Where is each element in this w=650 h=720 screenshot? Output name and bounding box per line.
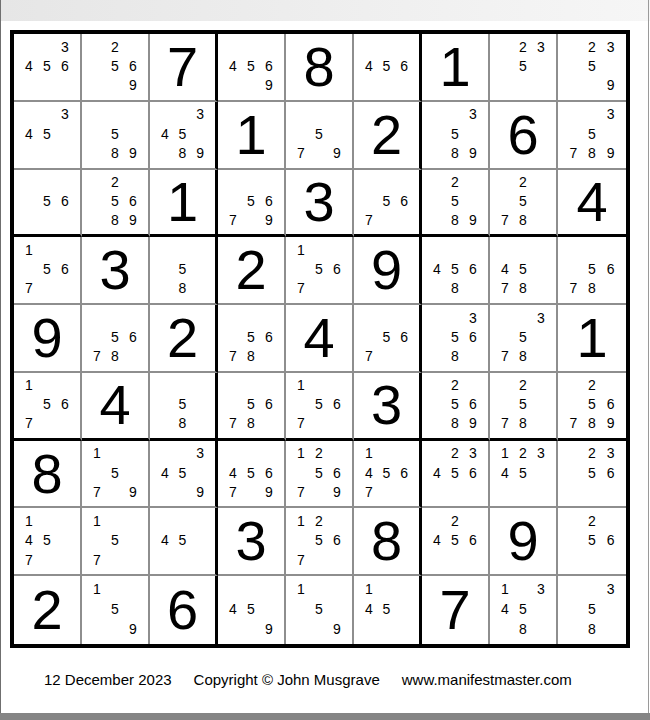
candidate-4 xyxy=(496,395,514,414)
candidate-2 xyxy=(106,444,124,463)
window-title-bar xyxy=(0,0,650,21)
candidate-7 xyxy=(564,482,583,501)
candidate-7: 7 xyxy=(20,550,38,569)
cell-r4c1[interactable]: 1567 xyxy=(14,237,82,305)
candidate-2: 2 xyxy=(514,173,532,192)
candidate-2 xyxy=(514,240,532,259)
candidate-9 xyxy=(464,550,482,569)
candidate-5: 5 xyxy=(38,395,56,414)
cell-r2c9[interactable]: 35789 xyxy=(558,102,626,170)
candidate-3 xyxy=(260,376,278,395)
cell-r4c7[interactable]: 4568 xyxy=(422,237,490,305)
candidate-8: 8 xyxy=(583,279,602,298)
candidate-7 xyxy=(156,550,174,569)
candidate-1 xyxy=(360,173,378,192)
cell-r3c8[interactable]: 2578 xyxy=(490,170,558,238)
cell-r4c2[interactable]: 3 xyxy=(82,237,150,305)
candidate-6: 6 xyxy=(328,531,346,550)
cell-r9c1[interactable]: 2 xyxy=(14,576,82,644)
candidate-4 xyxy=(496,56,514,75)
candidate-8 xyxy=(38,279,56,298)
candidate-6 xyxy=(260,599,278,619)
candidate-9 xyxy=(191,414,209,433)
cell-r6c2[interactable]: 4 xyxy=(82,373,150,441)
candidate-9 xyxy=(56,550,74,569)
candidate-7: 7 xyxy=(20,414,38,433)
candidate-8 xyxy=(106,76,124,95)
cell-r7c6[interactable]: 14567 xyxy=(354,441,422,509)
cell-r4c8[interactable]: 4578 xyxy=(490,237,558,305)
cell-r1c5[interactable]: 8 xyxy=(286,34,354,102)
candidate-grid: 145 xyxy=(354,576,419,644)
candidate-6 xyxy=(532,191,550,210)
candidate-grid: 345 xyxy=(14,102,80,168)
cell-r6c1[interactable]: 1567 xyxy=(14,373,82,441)
candidate-7 xyxy=(20,143,38,162)
cell-r9c3[interactable]: 6 xyxy=(150,576,218,644)
candidate-3: 3 xyxy=(464,105,482,124)
candidate-7: 7 xyxy=(292,143,310,162)
candidate-7 xyxy=(564,619,583,639)
candidate-5: 5 xyxy=(583,260,602,279)
candidate-2 xyxy=(106,579,124,599)
candidate-6 xyxy=(191,260,209,279)
cell-r5c2[interactable]: 5678 xyxy=(82,305,150,373)
candidate-4 xyxy=(564,599,583,619)
cell-r1c3[interactable]: 7 xyxy=(150,34,218,102)
cell-r3c2[interactable]: 25689 xyxy=(82,170,150,238)
candidate-6 xyxy=(532,56,550,75)
candidate-3 xyxy=(601,376,620,395)
candidate-5: 5 xyxy=(174,260,192,279)
candidate-8 xyxy=(242,482,260,501)
candidate-4: 4 xyxy=(20,124,38,143)
candidate-5: 5 xyxy=(583,124,602,143)
candidate-grid: 4569 xyxy=(218,34,284,100)
candidate-2: 2 xyxy=(583,37,602,56)
candidate-1 xyxy=(564,240,583,259)
candidate-3 xyxy=(124,105,142,124)
cell-r7c5[interactable]: 125679 xyxy=(286,441,354,509)
cell-r5c4[interactable]: 5678 xyxy=(218,305,286,373)
candidate-2: 2 xyxy=(106,37,124,56)
cell-r1c1[interactable]: 3456 xyxy=(14,34,82,102)
candidate-4: 4 xyxy=(156,463,174,482)
candidate-5: 5 xyxy=(446,531,464,550)
cell-r9c9[interactable]: 358 xyxy=(558,576,626,644)
candidate-9: 9 xyxy=(260,210,278,229)
cell-r6c5[interactable]: 1567 xyxy=(286,373,354,441)
candidate-2 xyxy=(242,37,260,56)
candidate-9 xyxy=(532,279,550,298)
cell-r4c4[interactable]: 2 xyxy=(218,237,286,305)
candidate-grid: 5678 xyxy=(218,373,284,438)
candidate-9: 9 xyxy=(260,76,278,95)
cell-r7c9[interactable]: 2356 xyxy=(558,441,626,509)
candidate-5: 5 xyxy=(583,599,602,619)
cell-r6c3[interactable]: 58 xyxy=(150,373,218,441)
candidate-9 xyxy=(260,347,278,366)
cell-r3c6[interactable]: 567 xyxy=(354,170,422,238)
candidate-1 xyxy=(564,511,583,530)
candidate-5: 5 xyxy=(242,191,260,210)
cell-r9c4[interactable]: 459 xyxy=(218,576,286,644)
candidate-7 xyxy=(428,279,446,298)
candidate-2 xyxy=(174,511,192,530)
candidate-grid: 459 xyxy=(218,576,284,644)
candidate-3: 3 xyxy=(532,37,550,56)
candidate-grid: 2356 xyxy=(558,441,626,507)
candidate-9 xyxy=(395,619,413,639)
candidate-9 xyxy=(56,143,74,162)
candidate-5: 5 xyxy=(174,395,192,414)
cell-r4c5[interactable]: 1567 xyxy=(286,237,354,305)
candidate-grid: 3459 xyxy=(150,441,215,507)
candidate-5: 5 xyxy=(310,463,328,482)
puzzle-page: 3456256974569845612352359345589345891579… xyxy=(0,0,650,720)
candidate-grid: 5679 xyxy=(218,170,284,235)
candidate-5: 5 xyxy=(174,531,192,550)
candidate-6: 6 xyxy=(464,260,482,279)
candidate-2 xyxy=(310,240,328,259)
footer-copyright: Copyright © John Musgrave xyxy=(194,671,380,688)
candidate-9: 9 xyxy=(124,619,142,639)
candidate-1 xyxy=(224,376,242,395)
cell-r6c9[interactable]: 256789 xyxy=(558,373,626,441)
candidate-3: 3 xyxy=(601,37,620,56)
candidate-3: 3 xyxy=(532,579,550,599)
cell-r4c3[interactable]: 58 xyxy=(150,237,218,305)
solved-digit: 1 xyxy=(576,310,607,366)
candidate-grid: 58 xyxy=(150,237,215,303)
candidate-3 xyxy=(328,105,346,124)
candidate-grid: 3578 xyxy=(490,305,556,371)
candidate-6: 6 xyxy=(260,463,278,482)
candidate-8 xyxy=(583,550,602,569)
cell-r5c8[interactable]: 3578 xyxy=(490,305,558,373)
candidate-6 xyxy=(601,124,620,143)
candidate-grid: 1567 xyxy=(286,237,352,303)
candidate-2 xyxy=(310,579,328,599)
candidate-2: 2 xyxy=(514,37,532,56)
candidate-9 xyxy=(601,550,620,569)
candidate-3 xyxy=(191,511,209,530)
candidate-8 xyxy=(106,619,124,639)
solved-digit: 9 xyxy=(371,242,402,298)
candidate-3 xyxy=(395,37,413,56)
candidate-4: 4 xyxy=(224,599,242,619)
cell-r8c2[interactable]: 157 xyxy=(82,508,150,576)
cell-r9c2[interactable]: 159 xyxy=(82,576,150,644)
cell-r5c1[interactable]: 9 xyxy=(14,305,82,373)
candidate-grid: 1457 xyxy=(14,508,80,574)
candidate-grid: 45679 xyxy=(218,441,284,507)
candidate-5: 5 xyxy=(446,124,464,143)
candidate-5: 5 xyxy=(242,463,260,482)
candidate-6: 6 xyxy=(260,56,278,75)
candidate-6 xyxy=(191,531,209,550)
solved-digit: 9 xyxy=(507,513,538,569)
cell-r6c4[interactable]: 5678 xyxy=(218,373,286,441)
candidate-6 xyxy=(56,124,74,143)
candidate-8 xyxy=(514,482,532,501)
candidate-3 xyxy=(191,376,209,395)
candidate-6: 6 xyxy=(601,531,620,550)
candidate-7 xyxy=(496,76,514,95)
candidate-6 xyxy=(191,124,209,143)
candidate-grid: 14567 xyxy=(354,441,419,507)
candidate-9: 9 xyxy=(601,143,620,162)
solved-digit: 4 xyxy=(576,174,607,230)
cell-r2c6[interactable]: 2 xyxy=(354,102,422,170)
candidate-6: 6 xyxy=(395,463,413,482)
candidate-7 xyxy=(156,482,174,501)
cell-r1c7[interactable]: 1 xyxy=(422,34,490,102)
candidate-3 xyxy=(395,308,413,327)
candidate-4 xyxy=(292,395,310,414)
candidate-grid: 5678 xyxy=(82,305,148,371)
candidate-8 xyxy=(378,76,396,95)
candidate-3 xyxy=(395,173,413,192)
candidate-2: 2 xyxy=(446,173,464,192)
candidate-8: 8 xyxy=(174,143,192,162)
cell-r6c7[interactable]: 25689 xyxy=(422,373,490,441)
cell-r9c6[interactable]: 145 xyxy=(354,576,422,644)
candidate-5: 5 xyxy=(378,56,396,75)
candidate-1: 1 xyxy=(20,376,38,395)
candidate-9 xyxy=(328,414,346,433)
cell-r2c4[interactable]: 1 xyxy=(218,102,286,170)
candidate-3 xyxy=(124,511,142,530)
cell-r2c1[interactable]: 345 xyxy=(14,102,82,170)
cell-r5c6[interactable]: 567 xyxy=(354,305,422,373)
candidate-3 xyxy=(56,173,74,192)
cell-r4c6[interactable]: 9 xyxy=(354,237,422,305)
candidate-1 xyxy=(428,444,446,463)
candidate-6 xyxy=(532,327,550,346)
candidate-7 xyxy=(292,619,310,639)
candidate-4 xyxy=(292,124,310,143)
candidate-7 xyxy=(224,76,242,95)
candidate-2: 2 xyxy=(446,511,464,530)
cell-r6c6[interactable]: 3 xyxy=(354,373,422,441)
candidate-4: 4 xyxy=(20,56,38,75)
cell-r3c3[interactable]: 1 xyxy=(150,170,218,238)
candidate-7: 7 xyxy=(20,279,38,298)
cell-r5c7[interactable]: 3568 xyxy=(422,305,490,373)
candidate-9 xyxy=(532,619,550,639)
solved-digit: 7 xyxy=(439,582,470,638)
cell-r5c5[interactable]: 4 xyxy=(286,305,354,373)
candidate-4: 4 xyxy=(428,260,446,279)
candidate-1 xyxy=(360,37,378,56)
cell-r8c8[interactable]: 9 xyxy=(490,508,558,576)
candidate-4 xyxy=(20,191,38,210)
cell-r7c3[interactable]: 3459 xyxy=(150,441,218,509)
candidate-4 xyxy=(88,327,106,346)
cell-r4c9[interactable]: 5678 xyxy=(558,237,626,305)
candidate-4 xyxy=(564,260,583,279)
candidate-2 xyxy=(378,37,396,56)
candidate-1 xyxy=(156,511,174,530)
candidate-5: 5 xyxy=(514,599,532,619)
candidate-3 xyxy=(260,308,278,327)
candidate-7 xyxy=(20,76,38,95)
candidate-7 xyxy=(224,619,242,639)
candidate-3 xyxy=(260,444,278,463)
cell-r3c1[interactable]: 56 xyxy=(14,170,82,238)
bottom-edge-bar xyxy=(0,713,650,720)
cell-r8c3[interactable]: 45 xyxy=(150,508,218,576)
candidate-3: 3 xyxy=(532,308,550,327)
candidate-1 xyxy=(428,511,446,530)
candidate-7: 7 xyxy=(360,210,378,229)
candidate-9: 9 xyxy=(464,210,482,229)
candidate-8 xyxy=(446,550,464,569)
candidate-8 xyxy=(583,482,602,501)
cell-r3c7[interactable]: 2589 xyxy=(422,170,490,238)
candidate-7 xyxy=(428,210,446,229)
candidate-5: 5 xyxy=(106,327,124,346)
cell-r9c8[interactable]: 13458 xyxy=(490,576,558,644)
candidate-3 xyxy=(124,173,142,192)
candidate-5: 5 xyxy=(106,463,124,482)
cell-r3c9[interactable]: 4 xyxy=(558,170,626,238)
cell-r9c7[interactable]: 7 xyxy=(422,576,490,644)
cell-r8c4[interactable]: 3 xyxy=(218,508,286,576)
candidate-5: 5 xyxy=(583,463,602,482)
candidate-1 xyxy=(156,444,174,463)
candidate-5: 5 xyxy=(106,124,124,143)
cell-r8c6[interactable]: 8 xyxy=(354,508,422,576)
cell-r2c5[interactable]: 579 xyxy=(286,102,354,170)
candidate-7 xyxy=(156,279,174,298)
candidate-5: 5 xyxy=(378,327,396,346)
cell-r9c5[interactable]: 159 xyxy=(286,576,354,644)
candidate-7 xyxy=(496,619,514,639)
candidate-8 xyxy=(310,619,328,639)
candidate-4: 4 xyxy=(496,599,514,619)
candidate-6: 6 xyxy=(124,327,142,346)
candidate-7: 7 xyxy=(496,347,514,366)
candidate-8 xyxy=(514,76,532,95)
cell-r2c8[interactable]: 6 xyxy=(490,102,558,170)
candidate-6: 6 xyxy=(260,395,278,414)
candidate-7 xyxy=(564,76,583,95)
candidate-1 xyxy=(224,579,242,599)
candidate-7: 7 xyxy=(360,482,378,501)
candidate-2: 2 xyxy=(310,511,328,530)
candidate-1: 1 xyxy=(20,511,38,530)
cell-r5c9[interactable]: 1 xyxy=(558,305,626,373)
cell-r2c2[interactable]: 589 xyxy=(82,102,150,170)
candidate-3: 3 xyxy=(464,444,482,463)
window-edge-left xyxy=(0,0,1,720)
cell-r8c5[interactable]: 12567 xyxy=(286,508,354,576)
candidate-1 xyxy=(496,376,514,395)
candidate-5: 5 xyxy=(583,56,602,75)
candidate-6 xyxy=(328,599,346,619)
candidate-5: 5 xyxy=(174,124,192,143)
candidate-6 xyxy=(124,531,142,550)
solved-digit: 7 xyxy=(167,39,198,95)
candidate-grid: 2359 xyxy=(558,34,626,100)
cell-r3c5[interactable]: 3 xyxy=(286,170,354,238)
cell-r7c1[interactable]: 8 xyxy=(14,441,82,509)
candidate-6 xyxy=(395,599,413,619)
cell-r2c7[interactable]: 3589 xyxy=(422,102,490,170)
candidate-2 xyxy=(378,444,396,463)
cell-r1c2[interactable]: 2569 xyxy=(82,34,150,102)
candidate-3 xyxy=(328,240,346,259)
candidate-6 xyxy=(56,531,74,550)
candidate-grid: 256 xyxy=(558,508,626,574)
candidate-grid: 456 xyxy=(354,34,419,100)
candidate-9 xyxy=(191,279,209,298)
cell-r7c4[interactable]: 45679 xyxy=(218,441,286,509)
candidate-grid: 125679 xyxy=(286,441,352,507)
candidate-4: 4 xyxy=(156,531,174,550)
candidate-9 xyxy=(328,550,346,569)
cell-r2c3[interactable]: 34589 xyxy=(150,102,218,170)
cell-r8c7[interactable]: 2456 xyxy=(422,508,490,576)
cell-r7c8[interactable]: 12345 xyxy=(490,441,558,509)
candidate-grid: 34589 xyxy=(150,102,215,168)
cell-r5c3[interactable]: 2 xyxy=(150,305,218,373)
candidate-6 xyxy=(328,124,346,143)
candidate-9: 9 xyxy=(464,143,482,162)
candidate-5: 5 xyxy=(106,56,124,75)
candidate-9 xyxy=(395,347,413,366)
cell-r8c1[interactable]: 1457 xyxy=(14,508,82,576)
candidate-8: 8 xyxy=(174,414,192,433)
cell-r7c7[interactable]: 23456 xyxy=(422,441,490,509)
candidate-9 xyxy=(395,76,413,95)
candidate-9 xyxy=(464,482,482,501)
candidate-6 xyxy=(124,124,142,143)
cell-r6c8[interactable]: 2578 xyxy=(490,373,558,441)
candidate-6 xyxy=(532,260,550,279)
candidate-grid: 567 xyxy=(354,170,419,235)
cell-r1c8[interactable]: 235 xyxy=(490,34,558,102)
candidate-8: 8 xyxy=(446,279,464,298)
candidate-5: 5 xyxy=(38,531,56,550)
candidate-2 xyxy=(583,579,602,599)
candidate-2: 2 xyxy=(583,444,602,463)
cell-r1c4[interactable]: 4569 xyxy=(218,34,286,102)
cell-r1c9[interactable]: 2359 xyxy=(558,34,626,102)
cell-r7c2[interactable]: 1579 xyxy=(82,441,150,509)
candidate-4: 4 xyxy=(360,463,378,482)
candidate-grid: 589 xyxy=(82,102,148,168)
cell-r1c6[interactable]: 456 xyxy=(354,34,422,102)
candidate-5: 5 xyxy=(310,395,328,414)
candidate-4: 4 xyxy=(496,463,514,482)
candidate-2 xyxy=(174,376,192,395)
candidate-4 xyxy=(224,191,242,210)
candidate-8 xyxy=(242,619,260,639)
candidate-grid: 25689 xyxy=(422,373,488,438)
candidate-4: 4 xyxy=(428,531,446,550)
cell-r8c9[interactable]: 256 xyxy=(558,508,626,576)
candidate-7: 7 xyxy=(360,347,378,366)
candidate-1 xyxy=(428,376,446,395)
candidate-9: 9 xyxy=(124,143,142,162)
cell-r3c4[interactable]: 5679 xyxy=(218,170,286,238)
candidate-2 xyxy=(38,240,56,259)
candidate-9 xyxy=(601,279,620,298)
solved-digit: 2 xyxy=(167,310,198,366)
